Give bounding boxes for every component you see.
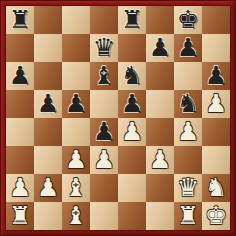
- square-g1[interactable]: ♜: [174, 202, 202, 230]
- square-c1[interactable]: ♝: [62, 202, 90, 230]
- square-d4[interactable]: ♟: [90, 118, 118, 146]
- piece-white-queen[interactable]: ♛: [177, 174, 199, 202]
- square-c6[interactable]: [62, 62, 90, 90]
- square-b7[interactable]: [34, 34, 62, 62]
- square-e3[interactable]: [118, 146, 146, 174]
- square-d1[interactable]: [90, 202, 118, 230]
- piece-white-bishop[interactable]: ♝: [65, 174, 87, 202]
- square-b3[interactable]: [34, 146, 62, 174]
- piece-white-pawn[interactable]: ♟: [177, 118, 199, 146]
- square-d3[interactable]: ♟: [90, 146, 118, 174]
- square-a7[interactable]: [6, 34, 34, 62]
- square-h7[interactable]: [202, 34, 230, 62]
- square-a5[interactable]: [6, 90, 34, 118]
- square-h5[interactable]: ♟: [202, 90, 230, 118]
- square-d6[interactable]: ♝: [90, 62, 118, 90]
- square-g8[interactable]: ♚: [174, 6, 202, 34]
- square-b1[interactable]: [34, 202, 62, 230]
- square-g3[interactable]: [174, 146, 202, 174]
- piece-black-pawn[interactable]: ♟: [37, 90, 59, 118]
- chess-board: ♜♜♚♛♟♟♟♝♞♟♟♟♟♞♟♟♟♟♟♟♟♟♟♝♛♞♜♝♜♚: [6, 6, 230, 230]
- square-e6[interactable]: ♞: [118, 62, 146, 90]
- piece-white-pawn[interactable]: ♟: [121, 118, 143, 146]
- board-frame: ♜♜♚♛♟♟♟♝♞♟♟♟♟♞♟♟♟♟♟♟♟♟♟♝♛♞♜♝♜♚: [0, 0, 236, 236]
- piece-white-pawn[interactable]: ♟: [93, 146, 115, 174]
- square-c8[interactable]: [62, 6, 90, 34]
- square-h3[interactable]: [202, 146, 230, 174]
- piece-black-pawn[interactable]: ♟: [9, 62, 31, 90]
- piece-white-rook[interactable]: ♜: [177, 202, 199, 230]
- square-c4[interactable]: [62, 118, 90, 146]
- square-e8[interactable]: ♜: [118, 6, 146, 34]
- square-e4[interactable]: ♟: [118, 118, 146, 146]
- piece-black-pawn[interactable]: ♟: [149, 34, 171, 62]
- square-f3[interactable]: ♟: [146, 146, 174, 174]
- square-f2[interactable]: [146, 174, 174, 202]
- square-h8[interactable]: [202, 6, 230, 34]
- piece-black-pawn[interactable]: ♟: [205, 62, 227, 90]
- piece-white-pawn[interactable]: ♟: [149, 146, 171, 174]
- piece-black-knight[interactable]: ♞: [177, 90, 199, 118]
- square-b6[interactable]: [34, 62, 62, 90]
- square-c2[interactable]: ♝: [62, 174, 90, 202]
- square-d5[interactable]: [90, 90, 118, 118]
- square-e5[interactable]: ♟: [118, 90, 146, 118]
- piece-black-bishop[interactable]: ♝: [93, 62, 115, 90]
- square-e2[interactable]: [118, 174, 146, 202]
- piece-white-pawn[interactable]: ♟: [37, 174, 59, 202]
- square-a2[interactable]: ♟: [6, 174, 34, 202]
- square-h4[interactable]: [202, 118, 230, 146]
- piece-white-rook[interactable]: ♜: [9, 202, 31, 230]
- square-d8[interactable]: [90, 6, 118, 34]
- square-f1[interactable]: [146, 202, 174, 230]
- square-a4[interactable]: [6, 118, 34, 146]
- piece-black-pawn[interactable]: ♟: [121, 90, 143, 118]
- square-b8[interactable]: [34, 6, 62, 34]
- square-a1[interactable]: ♜: [6, 202, 34, 230]
- square-e1[interactable]: [118, 202, 146, 230]
- square-a6[interactable]: ♟: [6, 62, 34, 90]
- piece-white-pawn[interactable]: ♟: [205, 90, 227, 118]
- piece-black-knight[interactable]: ♞: [121, 62, 143, 90]
- piece-white-pawn[interactable]: ♟: [65, 146, 87, 174]
- square-h6[interactable]: ♟: [202, 62, 230, 90]
- square-g4[interactable]: ♟: [174, 118, 202, 146]
- square-f6[interactable]: [146, 62, 174, 90]
- square-g5[interactable]: ♞: [174, 90, 202, 118]
- piece-black-pawn[interactable]: ♟: [65, 90, 87, 118]
- piece-black-king[interactable]: ♚: [177, 6, 199, 34]
- piece-black-pawn[interactable]: ♟: [177, 34, 199, 62]
- square-f8[interactable]: [146, 6, 174, 34]
- square-h1[interactable]: ♚: [202, 202, 230, 230]
- piece-white-king[interactable]: ♚: [205, 202, 227, 230]
- piece-white-knight[interactable]: ♞: [205, 174, 227, 202]
- square-h2[interactable]: ♞: [202, 174, 230, 202]
- square-b5[interactable]: ♟: [34, 90, 62, 118]
- square-d2[interactable]: [90, 174, 118, 202]
- square-c5[interactable]: ♟: [62, 90, 90, 118]
- square-d7[interactable]: ♛: [90, 34, 118, 62]
- square-c7[interactable]: [62, 34, 90, 62]
- square-a3[interactable]: [6, 146, 34, 174]
- square-b2[interactable]: ♟: [34, 174, 62, 202]
- square-e7[interactable]: [118, 34, 146, 62]
- square-a8[interactable]: ♜: [6, 6, 34, 34]
- square-g2[interactable]: ♛: [174, 174, 202, 202]
- square-f4[interactable]: [146, 118, 174, 146]
- piece-black-pawn[interactable]: ♟: [93, 118, 115, 146]
- piece-white-bishop[interactable]: ♝: [65, 202, 87, 230]
- square-c3[interactable]: ♟: [62, 146, 90, 174]
- piece-black-rook[interactable]: ♜: [9, 6, 31, 34]
- square-f7[interactable]: ♟: [146, 34, 174, 62]
- piece-black-rook[interactable]: ♜: [121, 6, 143, 34]
- piece-white-pawn[interactable]: ♟: [9, 174, 31, 202]
- piece-black-queen[interactable]: ♛: [93, 34, 115, 62]
- square-f5[interactable]: [146, 90, 174, 118]
- square-g6[interactable]: [174, 62, 202, 90]
- square-b4[interactable]: [34, 118, 62, 146]
- square-g7[interactable]: ♟: [174, 34, 202, 62]
